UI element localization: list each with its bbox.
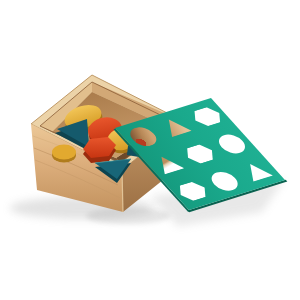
box-front-shadow [86,208,170,224]
triangle-cutout-hole [238,160,275,183]
product-photo-scene [0,0,300,300]
circle-cutout-hole [214,132,251,156]
piece-yellow-circle-flat [52,145,76,163]
